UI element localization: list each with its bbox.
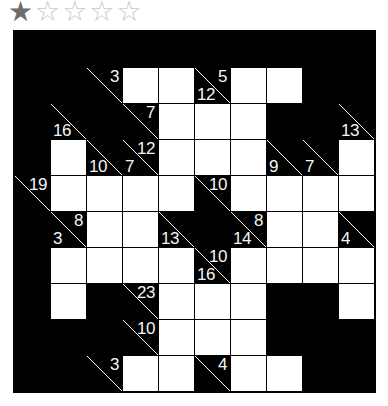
across-clue: 10 — [137, 321, 155, 336]
cell-r8c0-black — [15, 320, 50, 355]
cell-r7c0-black — [15, 284, 50, 319]
difficulty-rating: ★☆☆☆☆ — [8, 0, 144, 27]
cell-r1c5-clue: 512 — [195, 68, 230, 103]
cell-r3c8-clue: 7 — [303, 140, 338, 175]
cell-r6c6-white[interactable] — [231, 248, 266, 283]
cell-r7c3-clue: 23 — [123, 284, 158, 319]
across-clue: 5 — [218, 69, 227, 84]
cell-r5c1-clue: 83 — [51, 212, 86, 247]
cell-r3c2-clue: 10 — [87, 140, 122, 175]
across-clue: 3 — [110, 69, 119, 84]
cell-r0c7-black — [267, 32, 302, 67]
cell-r4c7-white[interactable] — [267, 176, 302, 211]
cell-r6c2-white[interactable] — [87, 248, 122, 283]
star-icon-empty: ☆ — [89, 0, 116, 28]
cell-r0c2-black — [87, 32, 122, 67]
cell-r1c3-white[interactable] — [123, 68, 158, 103]
across-clue: 4 — [218, 357, 227, 372]
cell-r2c3-clue: 7 — [123, 104, 158, 139]
cell-r2c9-clue: 13 — [339, 104, 374, 139]
cell-r6c5-clue: 1016 — [195, 248, 230, 283]
cell-r5c7-white[interactable] — [267, 212, 302, 247]
across-clue: 7 — [146, 105, 155, 120]
cell-r2c1-clue: 16 — [51, 104, 86, 139]
cell-r1c6-white[interactable] — [231, 68, 266, 103]
cell-r9c3-white[interactable] — [123, 356, 158, 391]
cell-r3c4-white[interactable] — [159, 140, 194, 175]
cell-r5c9-clue: 4 — [339, 212, 374, 247]
down-clue: 12 — [197, 87, 215, 102]
cell-r3c7-clue: 9 — [267, 140, 302, 175]
cell-r4c1-white[interactable] — [51, 176, 86, 211]
down-clue: 13 — [161, 231, 179, 246]
cell-r2c7-black — [267, 104, 302, 139]
star-icon-empty: ☆ — [116, 0, 143, 28]
cell-r1c9-black — [339, 68, 374, 103]
down-clue: 16 — [53, 123, 71, 138]
cell-r5c0-black — [15, 212, 50, 247]
down-clue: 7 — [125, 159, 134, 174]
cell-r3c9-white[interactable] — [339, 140, 374, 175]
cell-r9c9-black — [339, 356, 374, 391]
cell-r1c1-black — [51, 68, 86, 103]
cell-r5c2-white[interactable] — [87, 212, 122, 247]
cell-r4c0-clue: 19 — [15, 176, 50, 211]
star-icon-empty: ☆ — [62, 0, 89, 28]
cell-r7c2-black — [87, 284, 122, 319]
cell-r7c4-white[interactable] — [159, 284, 194, 319]
cell-r1c8-black — [303, 68, 338, 103]
cell-r6c0-black — [15, 248, 50, 283]
cell-r7c7-black — [267, 284, 302, 319]
cell-r2c2-black — [87, 104, 122, 139]
cell-r8c9-black — [339, 320, 374, 355]
cell-r9c6-white[interactable] — [231, 356, 266, 391]
down-clue: 13 — [341, 123, 359, 138]
cell-r7c5-white[interactable] — [195, 284, 230, 319]
cell-r4c3-white[interactable] — [123, 176, 158, 211]
cell-r6c4-white[interactable] — [159, 248, 194, 283]
cell-r3c6-white[interactable] — [231, 140, 266, 175]
cell-r7c9-white[interactable] — [339, 284, 374, 319]
cell-r1c2-clue: 3 — [87, 68, 122, 103]
cell-r6c3-white[interactable] — [123, 248, 158, 283]
cell-r2c0-black — [15, 104, 50, 139]
cell-r0c9-black — [339, 32, 374, 67]
across-clue: 12 — [137, 141, 155, 156]
across-clue: 10 — [209, 249, 227, 264]
cell-r4c4-white[interactable] — [159, 176, 194, 211]
cell-r4c6-white[interactable] — [231, 176, 266, 211]
across-clue: 8 — [254, 213, 263, 228]
cell-r0c6-black — [231, 32, 266, 67]
cell-r9c8-black — [303, 356, 338, 391]
cell-r9c5-clue: 4 — [195, 356, 230, 391]
cell-r5c5-black — [195, 212, 230, 247]
cell-r3c3-clue: 127 — [123, 140, 158, 175]
down-clue: 16 — [197, 267, 215, 282]
cell-r0c3-black — [123, 32, 158, 67]
across-clue: 19 — [29, 177, 47, 192]
down-clue: 10 — [89, 159, 107, 174]
cell-r9c0-black — [15, 356, 50, 391]
cell-r0c5-black — [195, 32, 230, 67]
cell-r8c7-black — [267, 320, 302, 355]
cell-r4c9-white[interactable] — [339, 176, 374, 211]
cell-r8c6-white[interactable] — [231, 320, 266, 355]
cell-r5c8-white[interactable] — [303, 212, 338, 247]
cell-r9c4-white[interactable] — [159, 356, 194, 391]
cell-r2c8-black — [303, 104, 338, 139]
star-icon-filled: ★ — [8, 0, 35, 28]
cell-r4c8-white[interactable] — [303, 176, 338, 211]
cell-r8c4-white[interactable] — [159, 320, 194, 355]
cell-r8c8-black — [303, 320, 338, 355]
cell-r8c5-white[interactable] — [195, 320, 230, 355]
down-clue: 3 — [53, 231, 62, 246]
cell-r1c4-white[interactable] — [159, 68, 194, 103]
cell-r2c4-white[interactable] — [159, 104, 194, 139]
cell-r9c1-black — [51, 356, 86, 391]
cell-r9c2-clue: 3 — [87, 356, 122, 391]
cell-r4c5-clue: 10 — [195, 176, 230, 211]
cell-r5c4-clue: 13 — [159, 212, 194, 247]
down-clue: 9 — [269, 159, 278, 174]
cell-r7c8-black — [303, 284, 338, 319]
down-clue: 4 — [341, 231, 350, 246]
cell-r6c7-white[interactable] — [267, 248, 302, 283]
cell-r5c6-clue: 814 — [231, 212, 266, 247]
down-clue: 14 — [233, 231, 251, 246]
cell-r7c1-white[interactable] — [51, 284, 86, 319]
cell-r4c2-white[interactable] — [87, 176, 122, 211]
cell-r2c6-white[interactable] — [231, 104, 266, 139]
cell-r9c7-white[interactable] — [267, 356, 302, 391]
cell-r8c1-black — [51, 320, 86, 355]
cell-r0c8-black — [303, 32, 338, 67]
cell-r5c3-white[interactable] — [123, 212, 158, 247]
across-clue: 10 — [209, 177, 227, 192]
cell-r0c0-black — [15, 32, 50, 67]
star-icon-empty: ☆ — [35, 0, 62, 28]
cell-r0c4-black — [159, 32, 194, 67]
cell-r6c1-white[interactable] — [51, 248, 86, 283]
cell-r3c1-white[interactable] — [51, 140, 86, 175]
across-clue: 23 — [137, 285, 155, 300]
cell-r1c0-black — [15, 68, 50, 103]
cell-r1c7-white[interactable] — [267, 68, 302, 103]
kakuro-board: 35121671310127971910831381441016231034 — [13, 30, 376, 393]
cell-r8c2-black — [87, 320, 122, 355]
across-clue: 8 — [74, 213, 83, 228]
down-clue: 7 — [305, 159, 314, 174]
cell-r3c5-white[interactable] — [195, 140, 230, 175]
cell-r8c3-clue: 10 — [123, 320, 158, 355]
cell-r0c1-black — [51, 32, 86, 67]
cell-r6c9-white[interactable] — [339, 248, 374, 283]
cell-r7c6-white[interactable] — [231, 284, 266, 319]
cell-r3c0-black — [15, 140, 50, 175]
across-clue: 3 — [110, 357, 119, 372]
cell-r6c8-white[interactable] — [303, 248, 338, 283]
cell-r2c5-white[interactable] — [195, 104, 230, 139]
